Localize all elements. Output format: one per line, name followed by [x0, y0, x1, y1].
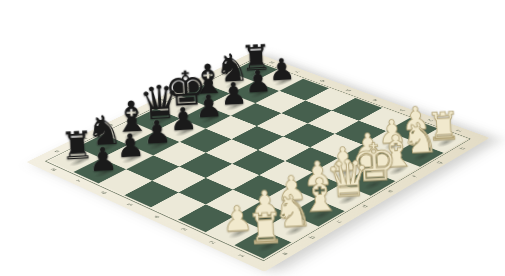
chess-board: ♜♞♝♛♚♝♞♜♟♟♟♟♟♟♟♟♟♟♟♟♟♟♟♟♜♞♝♛♚♝♞♜ — [49, 61, 467, 259]
chess-set-photo: abcdefgh abcdefgh 87654321 87654321 ♜♞♝♛… — [0, 0, 505, 276]
piece-black-pawn: ♟ — [84, 142, 123, 176]
piece-white-rook: ♜ — [245, 207, 288, 251]
vinyl-chess-mat: abcdefgh abcdefgh 87654321 87654321 ♜♞♝♛… — [26, 52, 489, 272]
